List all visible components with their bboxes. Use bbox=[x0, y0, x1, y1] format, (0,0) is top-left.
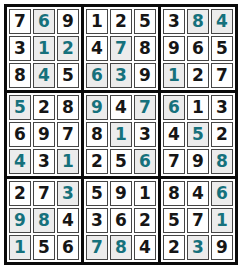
cell-r3c1[interactable]: 8 bbox=[9, 63, 31, 88]
cell-r8c1[interactable]: 9 bbox=[9, 208, 31, 233]
cell-r4c3[interactable]: 8 bbox=[57, 95, 79, 120]
cell-r6c1[interactable]: 4 bbox=[9, 149, 31, 174]
cell-r5c2[interactable]: 9 bbox=[33, 122, 55, 147]
cell-r7c5[interactable]: 9 bbox=[110, 181, 132, 206]
cell-r3c7[interactable]: 1 bbox=[163, 63, 185, 88]
cell-r3c3[interactable]: 5 bbox=[57, 63, 79, 88]
cell-r3c2[interactable]: 4 bbox=[33, 63, 55, 88]
cell-r5c7[interactable]: 4 bbox=[163, 122, 185, 147]
cell-r7c8[interactable]: 4 bbox=[187, 181, 209, 206]
cell-r4c6[interactable]: 7 bbox=[134, 95, 156, 120]
cell-r7c7[interactable]: 8 bbox=[163, 181, 185, 206]
cell-r8c3[interactable]: 4 bbox=[57, 208, 79, 233]
cell-r9c5[interactable]: 8 bbox=[110, 235, 132, 260]
cell-r4c7[interactable]: 6 bbox=[163, 95, 185, 120]
cell-r6c7[interactable]: 7 bbox=[163, 149, 185, 174]
cell-r2c6[interactable]: 8 bbox=[134, 36, 156, 61]
cell-r2c3[interactable]: 2 bbox=[57, 36, 79, 61]
cell-r6c9[interactable]: 8 bbox=[211, 149, 233, 174]
box-2: 125478639 bbox=[84, 7, 158, 90]
cell-r6c2[interactable]: 3 bbox=[33, 149, 55, 174]
cell-r5c1[interactable]: 6 bbox=[9, 122, 31, 147]
box-4: 528697431 bbox=[7, 93, 81, 176]
box-8: 591362784 bbox=[84, 179, 158, 262]
cell-r9c6[interactable]: 4 bbox=[134, 235, 156, 260]
cell-r4c5[interactable]: 4 bbox=[110, 95, 132, 120]
cell-r1c1[interactable]: 7 bbox=[9, 9, 31, 34]
cell-r9c7[interactable]: 2 bbox=[163, 235, 185, 260]
cell-r9c1[interactable]: 1 bbox=[9, 235, 31, 260]
cell-r7c6[interactable]: 1 bbox=[134, 181, 156, 206]
cell-r4c4[interactable]: 9 bbox=[86, 95, 108, 120]
cell-r1c6[interactable]: 5 bbox=[134, 9, 156, 34]
cell-r6c8[interactable]: 9 bbox=[187, 149, 209, 174]
cell-r8c6[interactable]: 2 bbox=[134, 208, 156, 233]
cell-r1c9[interactable]: 4 bbox=[211, 9, 233, 34]
sudoku-page: { "game": "sudoku", "position": { "notat… bbox=[0, 0, 240, 265]
cell-r3c9[interactable]: 7 bbox=[211, 63, 233, 88]
cell-r5c3[interactable]: 7 bbox=[57, 122, 79, 147]
cell-r3c6[interactable]: 9 bbox=[134, 63, 156, 88]
cell-r2c1[interactable]: 3 bbox=[9, 36, 31, 61]
cell-r9c8[interactable]: 3 bbox=[187, 235, 209, 260]
sudoku-board: 7693128451254786393849651275286974319478… bbox=[4, 4, 238, 265]
cell-r6c6[interactable]: 6 bbox=[134, 149, 156, 174]
cell-r2c2[interactable]: 1 bbox=[33, 36, 55, 61]
cell-r5c9[interactable]: 2 bbox=[211, 122, 233, 147]
cell-r4c2[interactable]: 2 bbox=[33, 95, 55, 120]
cell-r7c1[interactable]: 2 bbox=[9, 181, 31, 206]
cell-r9c9[interactable]: 9 bbox=[211, 235, 233, 260]
box-5: 947813256 bbox=[84, 93, 158, 176]
box-1: 769312845 bbox=[7, 7, 81, 90]
cell-r9c2[interactable]: 5 bbox=[33, 235, 55, 260]
cell-r9c4[interactable]: 7 bbox=[86, 235, 108, 260]
cell-r2c7[interactable]: 9 bbox=[163, 36, 185, 61]
cell-r8c2[interactable]: 8 bbox=[33, 208, 55, 233]
cell-r1c4[interactable]: 1 bbox=[86, 9, 108, 34]
cell-r8c7[interactable]: 5 bbox=[163, 208, 185, 233]
cell-r4c1[interactable]: 5 bbox=[9, 95, 31, 120]
cell-r3c5[interactable]: 3 bbox=[110, 63, 132, 88]
cell-r5c8[interactable]: 5 bbox=[187, 122, 209, 147]
cell-r2c9[interactable]: 5 bbox=[211, 36, 233, 61]
cell-r1c3[interactable]: 9 bbox=[57, 9, 79, 34]
cell-r6c3[interactable]: 1 bbox=[57, 149, 79, 174]
cell-r7c2[interactable]: 7 bbox=[33, 181, 55, 206]
cell-r1c2[interactable]: 6 bbox=[33, 9, 55, 34]
cell-r1c5[interactable]: 2 bbox=[110, 9, 132, 34]
cell-r7c3[interactable]: 3 bbox=[57, 181, 79, 206]
cell-r3c4[interactable]: 6 bbox=[86, 63, 108, 88]
box-7: 273984156 bbox=[7, 179, 81, 262]
cell-r8c8[interactable]: 7 bbox=[187, 208, 209, 233]
cell-r8c4[interactable]: 3 bbox=[86, 208, 108, 233]
cell-r8c5[interactable]: 6 bbox=[110, 208, 132, 233]
cell-r2c4[interactable]: 4 bbox=[86, 36, 108, 61]
cell-r4c9[interactable]: 3 bbox=[211, 95, 233, 120]
cell-r1c8[interactable]: 8 bbox=[187, 9, 209, 34]
cell-r5c6[interactable]: 3 bbox=[134, 122, 156, 147]
cell-r2c8[interactable]: 6 bbox=[187, 36, 209, 61]
cell-r5c4[interactable]: 8 bbox=[86, 122, 108, 147]
cell-r2c5[interactable]: 7 bbox=[110, 36, 132, 61]
box-3: 384965127 bbox=[161, 7, 235, 90]
cell-r6c5[interactable]: 5 bbox=[110, 149, 132, 174]
cell-r7c9[interactable]: 6 bbox=[211, 181, 233, 206]
cell-r4c8[interactable]: 1 bbox=[187, 95, 209, 120]
cell-r8c9[interactable]: 1 bbox=[211, 208, 233, 233]
box-6: 613452798 bbox=[161, 93, 235, 176]
cell-r7c4[interactable]: 5 bbox=[86, 181, 108, 206]
box-9: 846571239 bbox=[161, 179, 235, 262]
cell-r5c5[interactable]: 1 bbox=[110, 122, 132, 147]
cell-r9c3[interactable]: 6 bbox=[57, 235, 79, 260]
cell-r6c4[interactable]: 2 bbox=[86, 149, 108, 174]
cell-r3c8[interactable]: 2 bbox=[187, 63, 209, 88]
cell-r1c7[interactable]: 3 bbox=[163, 9, 185, 34]
